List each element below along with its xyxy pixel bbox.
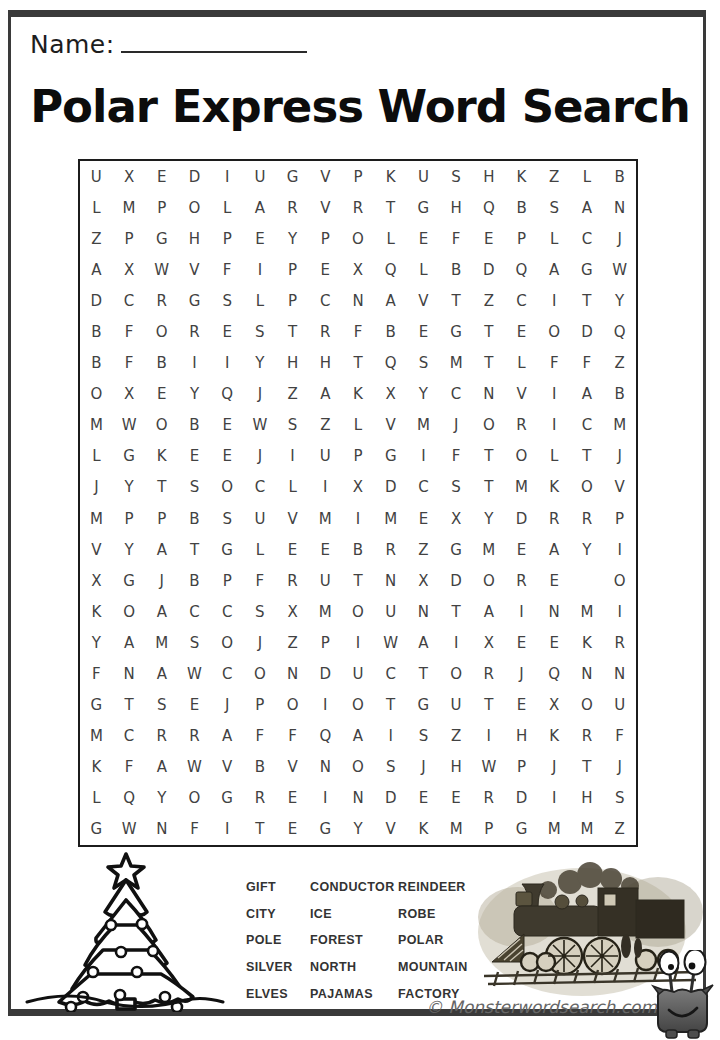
word-list-item: NORTH <box>310 954 398 981</box>
grid-cell: G <box>113 565 146 596</box>
grid-cell: H <box>276 348 309 379</box>
grid-cell: X <box>80 565 113 596</box>
grid-cell: T <box>472 472 505 503</box>
grid-cell: G <box>440 534 473 565</box>
grid-cell: U <box>374 596 407 627</box>
grid-cell: N <box>145 814 178 845</box>
grid-cell: O <box>342 223 375 254</box>
grid-cell: A <box>538 254 571 285</box>
grid-cell: X <box>342 254 375 285</box>
grid-cell: M <box>407 410 440 441</box>
grid-cell: B <box>440 254 473 285</box>
grid-cell: F <box>178 814 211 845</box>
grid-cell: G <box>211 534 244 565</box>
grid-cell: F <box>80 658 113 689</box>
grid-cell: I <box>342 503 375 534</box>
grid-cell: L <box>505 348 538 379</box>
grid-cell: G <box>309 814 342 845</box>
grid-cell: I <box>538 410 571 441</box>
grid-cell: L <box>80 441 113 472</box>
grid-cell: I <box>178 348 211 379</box>
grid-cell: V <box>374 410 407 441</box>
grid-cell: A <box>571 192 604 223</box>
word-list-item: CONDUCTOR <box>310 874 398 901</box>
grid-cell: K <box>407 814 440 845</box>
grid-cell: U <box>342 658 375 689</box>
grid-cell: W <box>374 627 407 658</box>
grid-cell: J <box>80 472 113 503</box>
grid-cell: J <box>244 379 277 410</box>
grid-cell: O <box>472 565 505 596</box>
grid-cell: P <box>309 627 342 658</box>
grid-cell: F <box>571 348 604 379</box>
grid-cell: Z <box>309 410 342 441</box>
grid-cell: B <box>145 348 178 379</box>
grid-cell: S <box>211 285 244 316</box>
grid-cell: G <box>80 690 113 721</box>
grid-cell: E <box>407 316 440 347</box>
grid-cell: I <box>244 254 277 285</box>
page-title: Polar Express Word Search <box>0 80 720 133</box>
christmas-tree-illustration <box>25 850 227 1012</box>
grid-cell: Q <box>538 658 571 689</box>
grid-cell: P <box>145 503 178 534</box>
grid-cell: R <box>603 627 636 658</box>
grid-cell: G <box>440 316 473 347</box>
grid-cell: L <box>407 254 440 285</box>
grid-cell: T <box>472 348 505 379</box>
grid-cell: A <box>407 627 440 658</box>
grid-cell: V <box>276 503 309 534</box>
grid-cell: H <box>505 721 538 752</box>
grid-cell: P <box>244 690 277 721</box>
grid-cell: T <box>342 348 375 379</box>
grid-cell: C <box>211 658 244 689</box>
grid-cell: F <box>276 721 309 752</box>
grid-cell: Z <box>276 379 309 410</box>
grid-cell: S <box>178 627 211 658</box>
name-blank-line <box>121 27 307 53</box>
grid-cell: B <box>342 534 375 565</box>
grid-cell: R <box>505 410 538 441</box>
grid-cell: Y <box>571 534 604 565</box>
grid-cell: P <box>309 223 342 254</box>
grid-cell: Y <box>472 503 505 534</box>
grid-cell: E <box>538 627 571 658</box>
grid-cell: X <box>440 503 473 534</box>
grid-cell: E <box>211 410 244 441</box>
grid-cell: G <box>145 223 178 254</box>
grid-cell: V <box>374 814 407 845</box>
grid-cell: Y <box>113 534 146 565</box>
grid-cell: N <box>407 596 440 627</box>
grid-cell: C <box>113 721 146 752</box>
grid-cell: Y <box>145 783 178 814</box>
grid-cell: O <box>145 410 178 441</box>
grid-cell: E <box>244 223 277 254</box>
grid-cell: B <box>505 192 538 223</box>
grid-cell: P <box>211 223 244 254</box>
grid-cell: S <box>276 410 309 441</box>
grid-cell: K <box>374 161 407 192</box>
grid-cell: M <box>440 348 473 379</box>
grid-cell: A <box>145 658 178 689</box>
grid-cell: J <box>407 752 440 783</box>
grid-cell: K <box>342 379 375 410</box>
grid-cell: T <box>276 316 309 347</box>
grid-cell: C <box>374 658 407 689</box>
grid-cell: G <box>80 814 113 845</box>
grid-cell: E <box>538 565 571 596</box>
grid-cell: P <box>113 223 146 254</box>
grid-cell: S <box>407 721 440 752</box>
grid-cell: O <box>440 658 473 689</box>
grid-cell: A <box>538 534 571 565</box>
grid-cell: S <box>211 503 244 534</box>
grid-cell: A <box>145 596 178 627</box>
grid-cell: T <box>440 596 473 627</box>
grid-cell: I <box>309 690 342 721</box>
grid-cell: P <box>276 254 309 285</box>
grid-cell: R <box>472 783 505 814</box>
word-list-item: MOUNTAIN <box>398 954 468 981</box>
grid-cell: C <box>113 285 146 316</box>
grid-cell: O <box>178 192 211 223</box>
grid-cell: G <box>407 690 440 721</box>
grid-cell: H <box>472 161 505 192</box>
grid-cell: V <box>211 752 244 783</box>
grid-cell: E <box>276 534 309 565</box>
grid-cell: E <box>178 441 211 472</box>
grid-cell: A <box>571 379 604 410</box>
grid-cell: X <box>472 627 505 658</box>
grid-cell: L <box>80 192 113 223</box>
grid-cell: F <box>113 348 146 379</box>
grid-cell: S <box>603 783 636 814</box>
grid-cell: T <box>571 285 604 316</box>
grid-cell: L <box>342 410 375 441</box>
grid-cell: X <box>538 690 571 721</box>
grid-cell: B <box>244 752 277 783</box>
grid-cell: A <box>113 627 146 658</box>
grid-cell: E <box>276 814 309 845</box>
grid-cell: E <box>472 223 505 254</box>
grid-cell: Y <box>244 348 277 379</box>
grid-cell: T <box>472 316 505 347</box>
grid-cell: O <box>571 472 604 503</box>
grid-cell: W <box>113 814 146 845</box>
grid-cell: A <box>244 192 277 223</box>
grid-cell: O <box>342 596 375 627</box>
grid-cell: Z <box>472 285 505 316</box>
grid-cell: M <box>80 721 113 752</box>
grid-cell: X <box>407 565 440 596</box>
grid-cell: B <box>80 316 113 347</box>
grid-cell: L <box>211 192 244 223</box>
grid-cell: M <box>472 534 505 565</box>
grid-cell: Z <box>603 814 636 845</box>
grid-cell: V <box>309 161 342 192</box>
grid-cell: L <box>276 472 309 503</box>
grid-cell: U <box>407 161 440 192</box>
grid-cell: E <box>505 316 538 347</box>
grid-cell: O <box>80 379 113 410</box>
grid-cell: U <box>603 690 636 721</box>
grid-cell: P <box>472 814 505 845</box>
grid-cell: N <box>374 565 407 596</box>
grid-cell: U <box>440 690 473 721</box>
grid-cell: J <box>244 441 277 472</box>
grid-cell: X <box>374 379 407 410</box>
grid-cell: Q <box>374 348 407 379</box>
word-list-item: ELVES <box>246 980 310 1007</box>
grid-cell: Z <box>276 627 309 658</box>
grid-cell: R <box>276 565 309 596</box>
grid-cell: K <box>538 472 571 503</box>
word-list-item: ICE <box>310 901 398 928</box>
grid-cell: Q <box>309 721 342 752</box>
grid-cell: P <box>505 752 538 783</box>
grid-cell: G <box>571 254 604 285</box>
grid-cell: R <box>374 534 407 565</box>
grid-cell: V <box>603 472 636 503</box>
grid-cell: G <box>178 285 211 316</box>
grid-cell: I <box>407 441 440 472</box>
grid-cell: R <box>571 503 604 534</box>
grid-cell: V <box>276 752 309 783</box>
grid-cell: M <box>113 192 146 223</box>
grid-cell: L <box>538 441 571 472</box>
grid-cell: M <box>571 596 604 627</box>
grid-cell: M <box>374 503 407 534</box>
grid-cell: T <box>342 565 375 596</box>
word-list: GIFTCITYPOLESILVERELVESCONDUCTORICEFORES… <box>246 874 468 1007</box>
grid-cell: D <box>80 285 113 316</box>
grid-cell: O <box>472 410 505 441</box>
grid-cell: I <box>538 783 571 814</box>
grid-cell: P <box>211 565 244 596</box>
grid-cell: U <box>244 503 277 534</box>
grid-cell: U <box>80 161 113 192</box>
grid-cell: C <box>211 596 244 627</box>
grid-cell: C <box>505 285 538 316</box>
grid-cell: J <box>505 658 538 689</box>
grid-cell: I <box>603 534 636 565</box>
grid-cell: Q <box>472 192 505 223</box>
grid-cell: J <box>603 223 636 254</box>
grid-cell: R <box>309 316 342 347</box>
grid-cell: O <box>211 472 244 503</box>
grid-cell: O <box>571 690 604 721</box>
grid-cell: M <box>145 627 178 658</box>
grid-cell: W <box>113 410 146 441</box>
word-list-item: POLAR <box>398 927 468 954</box>
grid-cell: S <box>538 192 571 223</box>
grid-cell: P <box>145 192 178 223</box>
grid-cell: I <box>374 721 407 752</box>
grid-cell: W <box>244 410 277 441</box>
grid-cell: B <box>603 161 636 192</box>
grid-cell: M <box>80 410 113 441</box>
grid-cell: Q <box>505 254 538 285</box>
grid-cell: P <box>113 503 146 534</box>
grid-cell: E <box>505 690 538 721</box>
grid-cell: E <box>407 503 440 534</box>
grid-cell: D <box>374 783 407 814</box>
grid-cell: G <box>505 814 538 845</box>
grid-cell: I <box>309 472 342 503</box>
grid-cell: D <box>374 472 407 503</box>
grid-cell: G <box>374 441 407 472</box>
grid-cell: R <box>178 316 211 347</box>
grid-cell: I <box>505 596 538 627</box>
grid-cell: W <box>178 658 211 689</box>
grid-cell: K <box>80 752 113 783</box>
worksheet-page: Name: Polar Express Word Search UXEDIUGV… <box>0 0 720 1040</box>
grid-cell: C <box>244 472 277 503</box>
grid-cell: T <box>374 690 407 721</box>
grid-cell: T <box>571 441 604 472</box>
grid-cell: A <box>374 285 407 316</box>
grid-cell: Z <box>407 534 440 565</box>
grid-cell: J <box>145 565 178 596</box>
word-list-item: SILVER <box>246 954 310 981</box>
grid-cell: B <box>178 565 211 596</box>
grid-cell: I <box>211 814 244 845</box>
grid-cell: G <box>211 783 244 814</box>
grid-cell: O <box>342 690 375 721</box>
grid-cell: I <box>472 721 505 752</box>
grid-cell: P <box>342 441 375 472</box>
grid-cell: E <box>211 441 244 472</box>
grid-cell: A <box>211 721 244 752</box>
grid-cell: A <box>309 379 342 410</box>
grid-cell: E <box>145 379 178 410</box>
grid-cell: O <box>342 752 375 783</box>
grid-cell: I <box>309 783 342 814</box>
grid-cell: E <box>505 534 538 565</box>
grid-cell: O <box>113 596 146 627</box>
grid-cell: Z <box>603 348 636 379</box>
grid-cell <box>571 565 604 596</box>
grid-cell: D <box>472 254 505 285</box>
grid-cell: Y <box>342 814 375 845</box>
grid-cell: M <box>505 472 538 503</box>
grid-cell: N <box>113 658 146 689</box>
grid-cell: K <box>145 441 178 472</box>
grid-cell: F <box>244 721 277 752</box>
grid-cell: T <box>244 814 277 845</box>
grid-cell: N <box>603 192 636 223</box>
grid-cell: N <box>538 596 571 627</box>
grid-cell: U <box>309 441 342 472</box>
grid-cell: O <box>276 690 309 721</box>
grid-cell: O <box>244 658 277 689</box>
grid-cell: A <box>472 596 505 627</box>
grid-cell: F <box>440 223 473 254</box>
grid-cell: J <box>603 752 636 783</box>
grid-cell: S <box>440 472 473 503</box>
grid-cell: V <box>80 534 113 565</box>
grid-cell: E <box>145 161 178 192</box>
grid-cell: R <box>145 285 178 316</box>
grid-cell: Y <box>603 285 636 316</box>
grid-cell: F <box>113 752 146 783</box>
grid-cell: C <box>440 379 473 410</box>
grid-cell: M <box>309 596 342 627</box>
grid-cell: T <box>145 472 178 503</box>
grid-cell: P <box>603 503 636 534</box>
grid-cell: S <box>145 690 178 721</box>
grid-cell: W <box>603 254 636 285</box>
grid-cell: R <box>342 192 375 223</box>
grid-cell: E <box>211 316 244 347</box>
grid-cell: H <box>571 783 604 814</box>
grid-cell: E <box>407 783 440 814</box>
grid-cell: M <box>440 814 473 845</box>
grid-cell: N <box>342 285 375 316</box>
grid-cell: V <box>407 285 440 316</box>
grid-cell: Z <box>440 721 473 752</box>
grid-cell: Y <box>178 379 211 410</box>
grid-cell: L <box>538 223 571 254</box>
grid-cell: J <box>211 690 244 721</box>
grid-cell: R <box>276 192 309 223</box>
grid-cell: R <box>505 565 538 596</box>
grid-cell: D <box>440 565 473 596</box>
grid-cell: H <box>440 752 473 783</box>
grid-cell: O <box>211 627 244 658</box>
grid-cell: J <box>440 410 473 441</box>
grid-cell: F <box>113 316 146 347</box>
grid-cell: T <box>571 752 604 783</box>
word-list-item: REINDEER <box>398 874 468 901</box>
grid-cell: J <box>603 441 636 472</box>
grid-cell: F <box>244 565 277 596</box>
grid-cell: C <box>571 410 604 441</box>
grid-cell: S <box>407 348 440 379</box>
grid-cell: P <box>342 161 375 192</box>
grid-cell: X <box>276 596 309 627</box>
grid-cell: Y <box>80 627 113 658</box>
grid-cell: O <box>538 316 571 347</box>
grid-cell: I <box>603 596 636 627</box>
grid-cell: O <box>505 441 538 472</box>
grid-cell: B <box>178 410 211 441</box>
grid-cell: A <box>342 721 375 752</box>
grid-cell: W <box>178 752 211 783</box>
grid-cell: E <box>505 627 538 658</box>
grid-cell: D <box>505 783 538 814</box>
grid-cell: G <box>276 161 309 192</box>
grid-cell: C <box>571 223 604 254</box>
grid-cell: T <box>440 285 473 316</box>
grid-cell: I <box>342 627 375 658</box>
grid-cell: A <box>145 534 178 565</box>
grid-cell: T <box>178 534 211 565</box>
watermark-text: © Monsterwordsearch.com <box>426 997 657 1017</box>
name-label: Name: <box>30 30 115 59</box>
grid-cell: A <box>145 752 178 783</box>
grid-cell: X <box>113 161 146 192</box>
letter-grid: UXEDIUGVPKUSHKZLBLMPOLARVRTGHQBSANZPGHPE… <box>78 159 638 847</box>
grid-cell: X <box>342 472 375 503</box>
grid-cell: K <box>571 627 604 658</box>
grid-cell: E <box>309 534 342 565</box>
grid-cell: F <box>342 316 375 347</box>
grid-cell: B <box>374 316 407 347</box>
word-list-item: POLE <box>246 927 310 954</box>
